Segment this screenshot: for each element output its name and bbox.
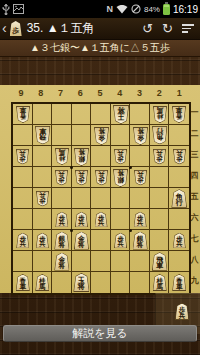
file-label-7: 7 <box>51 86 71 100</box>
cell-88[interactable] <box>33 251 53 272</box>
battery-percent: 84% <box>144 5 160 14</box>
cell-27[interactable] <box>150 230 170 251</box>
cell-71[interactable] <box>52 104 72 125</box>
cell-94[interactable] <box>13 167 33 188</box>
cell-45[interactable] <box>111 188 131 209</box>
undo-icon[interactable]: ↺ <box>142 22 153 35</box>
cell-39[interactable] <box>130 272 150 293</box>
cell-61[interactable] <box>72 104 92 125</box>
cell-62[interactable] <box>72 125 92 146</box>
hoshi-dot <box>70 166 73 169</box>
cell-58[interactable] <box>91 251 111 272</box>
annotation-text: ▲３七銀〜▲１五角に△５五歩 <box>30 41 170 55</box>
screenshot-icon <box>13 4 24 14</box>
move-title: 35. ▲１五角 <box>27 20 95 37</box>
cell-92[interactable] <box>13 125 33 146</box>
cell-84[interactable] <box>33 167 53 188</box>
cell-48[interactable] <box>111 251 131 272</box>
cell-33[interactable] <box>130 146 150 167</box>
status-bar: N 84% 16:19 <box>0 0 200 18</box>
cell-75[interactable] <box>52 188 72 209</box>
cell-98[interactable] <box>13 251 33 272</box>
file-label-6: 6 <box>70 86 90 100</box>
cell-24[interactable] <box>150 167 170 188</box>
commentary-button[interactable]: 解説を見る <box>3 325 197 342</box>
file-labels: 987654321 <box>11 86 189 100</box>
cell-79[interactable] <box>52 272 72 293</box>
hoshi-dot <box>70 229 73 232</box>
battery-icon <box>163 4 170 15</box>
file-label-9: 9 <box>11 86 31 100</box>
wifi-icon <box>116 5 128 14</box>
redo-icon[interactable]: ↻ <box>162 22 173 35</box>
cell-96[interactable] <box>13 209 33 230</box>
file-label-8: 8 <box>31 86 51 100</box>
piece-64-pawn-gote[interactable]: 歩兵 <box>75 170 88 186</box>
cell-72[interactable] <box>52 125 72 146</box>
board-panel: 987654321 一二三四五六七八九 香車王将桂馬香車飛車金将金将角行歩兵桂馬… <box>0 85 200 293</box>
piece-63-silver-gote[interactable]: 銀将 <box>74 148 89 166</box>
nfc-icon: N <box>106 4 113 14</box>
sente-hand: 歩兵 <box>172 299 192 325</box>
piece-43-pawn-gote[interactable]: 歩兵 <box>114 149 127 165</box>
cell-86[interactable] <box>33 209 53 230</box>
commentary-button-label: 解説を見る <box>72 326 128 341</box>
hoshi-dot <box>129 229 132 232</box>
wood-background: 987654321 一二三四五六七八九 香車王将桂馬香車飛車金将金将角行歩兵桂馬… <box>0 57 200 355</box>
hand-piece-pawn[interactable]: 歩兵 <box>175 303 189 320</box>
cell-53[interactable] <box>91 146 111 167</box>
cell-16[interactable] <box>169 209 189 230</box>
cell-12[interactable] <box>169 125 189 146</box>
cell-31[interactable] <box>130 104 150 125</box>
cell-57[interactable] <box>91 230 111 251</box>
file-label-3: 3 <box>130 86 150 100</box>
file-label-2: 2 <box>149 86 169 100</box>
back-button[interactable]: ‹ <box>0 21 8 37</box>
clock: 16:19 <box>173 4 198 15</box>
cell-26[interactable] <box>150 209 170 230</box>
cell-14[interactable] <box>169 167 189 188</box>
annotation-bar: ▲３七銀〜▲１五角に△５五歩 <box>0 40 200 57</box>
piece-44-silver-gote[interactable]: 銀将 <box>113 169 128 187</box>
mute-icon <box>131 4 141 14</box>
cell-83[interactable] <box>33 146 53 167</box>
move-list-icon[interactable] <box>182 24 194 33</box>
cell-59[interactable] <box>91 272 111 293</box>
cell-25[interactable] <box>150 188 170 209</box>
cell-65[interactable] <box>72 188 92 209</box>
hoshi-dot <box>129 166 132 169</box>
cell-35[interactable] <box>130 188 150 209</box>
cell-55[interactable] <box>91 188 111 209</box>
cell-42[interactable] <box>111 125 131 146</box>
shogi-app-screen: N 84% 16:19 ‹ 歩 35. ▲１五角 ↺ ↻ ▲３七銀〜▲１五角に△… <box>0 0 200 355</box>
cell-46[interactable] <box>111 209 131 230</box>
cell-51[interactable] <box>91 104 111 125</box>
usb-icon <box>2 4 10 15</box>
app-piece-icon: 歩 <box>10 21 22 36</box>
cell-81[interactable] <box>33 104 53 125</box>
board-grid: 香車王将桂馬香車飛車金将金将角行歩兵桂馬銀将歩兵歩兵歩兵歩兵歩兵歩兵銀将歩兵歩兵… <box>11 102 191 295</box>
cell-38[interactable] <box>130 251 150 272</box>
cell-18[interactable] <box>169 251 189 272</box>
file-label-1: 1 <box>169 86 189 100</box>
file-label-5: 5 <box>90 86 110 100</box>
cell-95[interactable] <box>13 188 33 209</box>
cell-68[interactable] <box>72 251 92 272</box>
file-label-4: 4 <box>110 86 130 100</box>
app-bar: ‹ 歩 35. ▲１五角 ↺ ↻ <box>0 18 200 40</box>
cell-49[interactable] <box>111 272 131 293</box>
